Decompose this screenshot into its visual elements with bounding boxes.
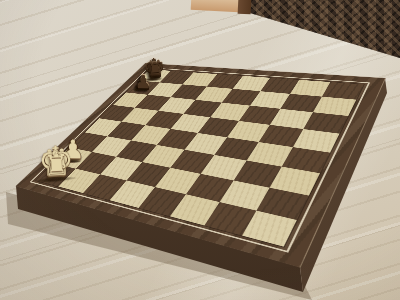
piece-black-pawn-a7[interactable]: ♟ [130,73,157,91]
piece-white-rook-a1[interactable]: ♜ [34,150,79,181]
photo-stage: ♜♞♝♛♚♝♞♜♟♟♟♟♟♟♟♟♟♟♟♟♟♟♟♟♜♞♝♛♚♝♞♜ [0,0,400,300]
